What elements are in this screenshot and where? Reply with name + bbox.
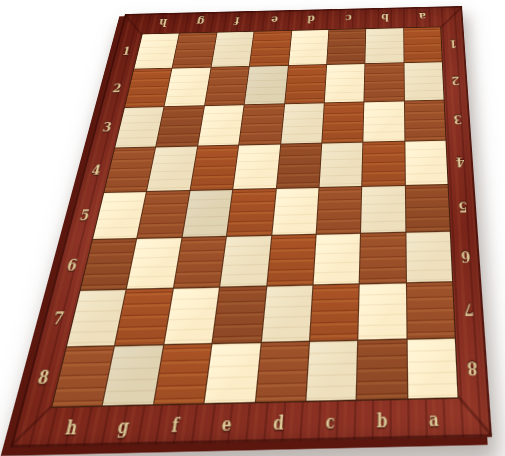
square-e1[interactable] — [250, 31, 291, 66]
square-b7[interactable] — [359, 284, 406, 339]
frame-mitre-seam — [457, 395, 493, 437]
square-a3[interactable] — [405, 100, 446, 141]
file-label-top-g: g — [179, 12, 220, 33]
rank-label-right-5: 5 — [449, 183, 478, 231]
photo-background: hgfedcba hgfedcba 12345678 12345678 — [0, 0, 505, 456]
square-e8[interactable] — [205, 343, 260, 403]
square-b2[interactable] — [365, 63, 404, 101]
square-b1[interactable] — [366, 28, 404, 63]
square-g5[interactable] — [138, 191, 190, 238]
square-e6[interactable] — [220, 236, 270, 287]
square-g2[interactable] — [165, 68, 210, 106]
square-c2[interactable] — [325, 64, 365, 102]
square-h2[interactable] — [125, 69, 172, 107]
square-f4[interactable] — [191, 146, 239, 190]
square-b8[interactable] — [357, 339, 407, 399]
rank-label-right-2: 2 — [443, 61, 469, 99]
square-a7[interactable] — [407, 283, 455, 338]
file-label-top-e: e — [254, 10, 293, 31]
square-b3[interactable] — [364, 101, 404, 142]
square-c1[interactable] — [327, 29, 366, 64]
square-e5[interactable] — [227, 188, 275, 235]
file-label-bottom-d: d — [251, 402, 306, 442]
rank-label-right-3: 3 — [445, 99, 472, 140]
square-c5[interactable] — [317, 186, 362, 233]
square-d2[interactable] — [285, 65, 326, 103]
square-e4[interactable] — [233, 145, 279, 189]
square-a2[interactable] — [404, 63, 443, 101]
rank-label-right-8: 8 — [456, 337, 489, 398]
file-label-top-c: c — [329, 8, 367, 29]
rank-label-right-6: 6 — [451, 231, 481, 283]
square-d4[interactable] — [276, 144, 321, 188]
square-c6[interactable] — [313, 234, 360, 285]
square-d1[interactable] — [288, 30, 328, 65]
square-a1[interactable] — [404, 27, 442, 62]
square-a4[interactable] — [405, 141, 448, 185]
square-e2[interactable] — [245, 66, 288, 104]
square-d7[interactable] — [261, 286, 312, 341]
square-f2[interactable] — [205, 67, 249, 105]
rank-label-right-1: 1 — [441, 26, 466, 62]
rank-label-right-4: 4 — [446, 140, 474, 184]
file-label-top-a: a — [403, 7, 441, 28]
square-f1[interactable] — [211, 32, 253, 67]
file-label-bottom-b: b — [356, 400, 408, 440]
square-f6[interactable] — [174, 237, 226, 288]
file-label-top-f: f — [217, 11, 257, 32]
square-d5[interactable] — [272, 187, 319, 234]
square-f3[interactable] — [198, 105, 244, 146]
square-d3[interactable] — [281, 103, 324, 144]
square-g4[interactable] — [148, 147, 197, 191]
square-h1[interactable] — [134, 33, 179, 68]
square-d8[interactable] — [255, 342, 308, 402]
file-label-top-b: b — [366, 7, 403, 28]
square-f8[interactable] — [154, 344, 212, 404]
square-f7[interactable] — [164, 288, 219, 343]
frame-mitre-seam — [124, 14, 143, 35]
square-a8[interactable] — [407, 338, 457, 398]
square-c7[interactable] — [310, 285, 359, 340]
file-label-bottom-a: a — [408, 399, 461, 439]
square-c4[interactable] — [319, 143, 362, 187]
file-label-bottom-h: h — [41, 407, 102, 447]
square-c3[interactable] — [322, 102, 363, 143]
square-a6[interactable] — [406, 232, 452, 283]
square-f5[interactable] — [182, 189, 232, 236]
square-c8[interactable] — [306, 340, 357, 400]
file-label-bottom-c: c — [303, 401, 356, 441]
square-b4[interactable] — [362, 142, 404, 186]
file-label-bottom-f: f — [146, 405, 204, 445]
square-g3[interactable] — [157, 106, 204, 147]
chess-board: hgfedcba hgfedcba 12345678 12345678 — [10, 6, 492, 448]
square-a5[interactable] — [406, 184, 450, 231]
rank-label-right-7: 7 — [453, 282, 485, 338]
square-g1[interactable] — [173, 33, 217, 68]
file-label-top-h: h — [142, 13, 184, 34]
square-d6[interactable] — [267, 235, 316, 286]
square-e3[interactable] — [239, 104, 283, 145]
file-label-bottom-g: g — [94, 406, 153, 446]
square-g6[interactable] — [127, 238, 181, 289]
file-label-top-d: d — [291, 9, 330, 30]
square-b6[interactable] — [360, 233, 406, 284]
square-e7[interactable] — [213, 287, 266, 342]
file-label-bottom-e: e — [198, 403, 254, 443]
square-b5[interactable] — [361, 185, 405, 232]
